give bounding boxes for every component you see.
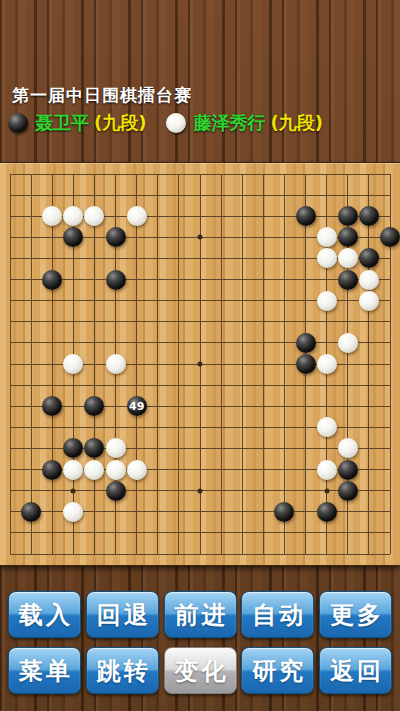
white-stone bbox=[106, 354, 126, 374]
black-stone bbox=[84, 438, 104, 458]
black-stone bbox=[106, 270, 126, 290]
white-stone bbox=[317, 460, 337, 480]
black-stone bbox=[296, 206, 316, 226]
black-stone bbox=[63, 438, 83, 458]
black-stone bbox=[42, 460, 62, 480]
toolbar-row-2: 菜单跳转变化研究返回 bbox=[0, 647, 400, 694]
black-stone bbox=[338, 227, 358, 247]
black-player-name: 聂卫平 bbox=[35, 111, 89, 135]
white-stone bbox=[338, 333, 358, 353]
black-stone bbox=[106, 227, 126, 247]
app-screen: 第一届中日围棋擂台赛 聂卫平 (九段) 藤泽秀行 (九段) 49 载入回退前进自… bbox=[0, 0, 400, 711]
grid-line-horizontal bbox=[10, 532, 390, 533]
auto-button[interactable]: 自动 bbox=[241, 591, 314, 638]
black-stone bbox=[338, 270, 358, 290]
grid-line-horizontal bbox=[10, 385, 390, 386]
star-point bbox=[71, 488, 76, 493]
white-stone bbox=[42, 206, 62, 226]
white-stone bbox=[317, 227, 337, 247]
star-point bbox=[198, 488, 203, 493]
black-stone bbox=[338, 481, 358, 501]
undo-button[interactable]: 回退 bbox=[86, 591, 159, 638]
star-point bbox=[324, 488, 329, 493]
black-stone bbox=[42, 396, 62, 416]
white-stone bbox=[84, 460, 104, 480]
black-stone bbox=[380, 227, 400, 247]
match-title: 第一届中日围棋擂台赛 bbox=[12, 84, 192, 107]
grid-line-vertical bbox=[284, 174, 285, 554]
white-stone bbox=[84, 206, 104, 226]
white-stone bbox=[359, 270, 379, 290]
black-stone bbox=[296, 333, 316, 353]
grid-line-vertical bbox=[368, 174, 369, 554]
more-button[interactable]: 更多 bbox=[319, 591, 392, 638]
white-stone bbox=[127, 460, 147, 480]
white-stone bbox=[63, 354, 83, 374]
variation-button[interactable]: 变化 bbox=[164, 647, 237, 694]
black-stone bbox=[338, 460, 358, 480]
white-stone bbox=[317, 354, 337, 374]
menu-button[interactable]: 菜单 bbox=[8, 647, 81, 694]
go-board[interactable]: 49 bbox=[0, 162, 400, 566]
move-number-label: 49 bbox=[127, 396, 147, 416]
black-stone bbox=[317, 502, 337, 522]
grid-line-horizontal bbox=[10, 554, 390, 555]
white-stone bbox=[338, 438, 358, 458]
white-stone bbox=[359, 291, 379, 311]
white-player-rank: (九段) bbox=[270, 111, 322, 135]
grid-line-vertical bbox=[242, 174, 243, 554]
grid-line-horizontal bbox=[10, 406, 390, 407]
white-stone bbox=[63, 206, 83, 226]
white-stone bbox=[127, 206, 147, 226]
white-stone bbox=[106, 460, 126, 480]
load-button[interactable]: 载入 bbox=[8, 591, 81, 638]
jump-button[interactable]: 跳转 bbox=[86, 647, 159, 694]
black-stone bbox=[84, 396, 104, 416]
grid-line-vertical bbox=[221, 174, 222, 554]
black-stone bbox=[274, 502, 294, 522]
star-point bbox=[198, 235, 203, 240]
white-stone bbox=[317, 291, 337, 311]
white-stone bbox=[63, 502, 83, 522]
star-point bbox=[198, 362, 203, 367]
black-stone bbox=[359, 206, 379, 226]
white-stone bbox=[338, 248, 358, 268]
grid-line-vertical bbox=[263, 174, 264, 554]
black-stone bbox=[338, 206, 358, 226]
back-button[interactable]: 返回 bbox=[319, 647, 392, 694]
black-stone-icon bbox=[8, 113, 28, 133]
last-move-stone: 49 bbox=[127, 396, 147, 416]
black-stone bbox=[63, 227, 83, 247]
black-stone bbox=[106, 481, 126, 501]
study-button[interactable]: 研究 bbox=[241, 647, 314, 694]
black-stone bbox=[42, 270, 62, 290]
players-row: 聂卫平 (九段) 藤泽秀行 (九段) bbox=[8, 110, 323, 136]
white-stone bbox=[106, 438, 126, 458]
black-player-rank: (九段) bbox=[94, 111, 146, 135]
black-stone bbox=[21, 502, 41, 522]
white-stone bbox=[63, 460, 83, 480]
black-stone bbox=[296, 354, 316, 374]
white-stone bbox=[317, 248, 337, 268]
white-stone-icon bbox=[166, 113, 186, 133]
white-player-name: 藤泽秀行 bbox=[193, 111, 265, 135]
white-stone bbox=[317, 417, 337, 437]
toolbar-row-1: 载入回退前进自动更多 bbox=[0, 591, 400, 638]
forward-button[interactable]: 前进 bbox=[164, 591, 237, 638]
black-stone bbox=[359, 248, 379, 268]
